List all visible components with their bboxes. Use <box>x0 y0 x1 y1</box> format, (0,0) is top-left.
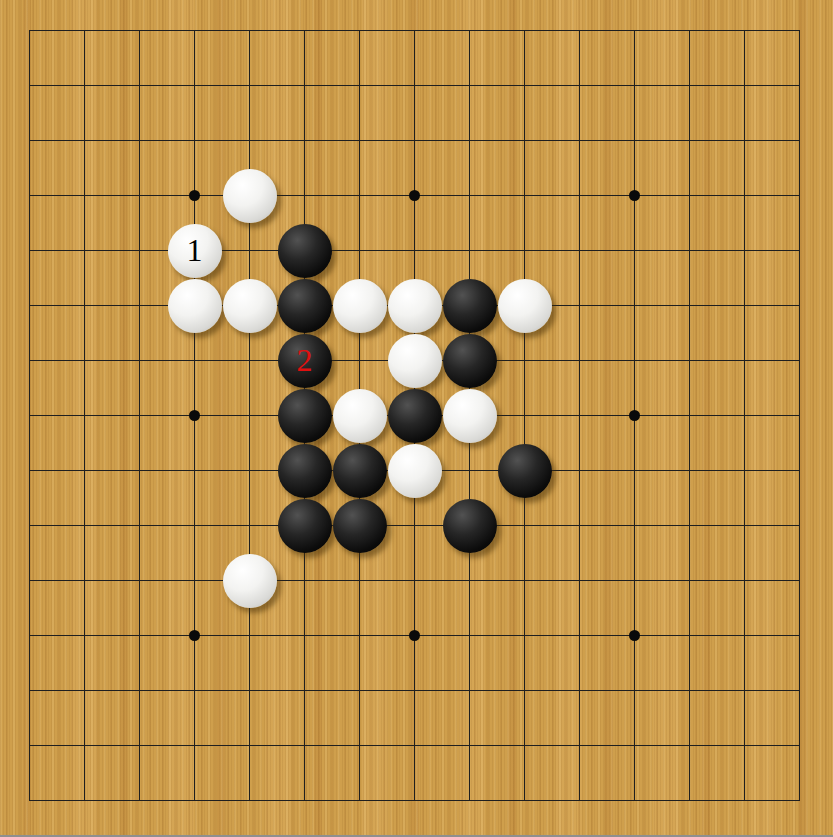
stone-black <box>388 389 442 443</box>
stone-white <box>223 169 277 223</box>
grid-line-vertical <box>799 30 801 802</box>
stone-white <box>388 334 442 388</box>
stone-white <box>443 389 497 443</box>
stone-black <box>443 279 497 333</box>
stone-white <box>333 389 387 443</box>
grid-line-horizontal <box>29 800 801 802</box>
stone-white <box>168 279 222 333</box>
grid-line-horizontal <box>29 525 801 527</box>
star-point <box>629 190 640 201</box>
stone-black <box>278 499 332 553</box>
stone-black <box>443 499 497 553</box>
go-board[interactable]: 12 <box>0 0 833 837</box>
stone-black <box>498 444 552 498</box>
grid-line-vertical <box>579 30 581 802</box>
star-point <box>629 410 640 421</box>
stone-label: 1 <box>187 234 203 266</box>
go-board-screen: 12 <box>0 0 833 837</box>
grid-line-vertical <box>744 30 746 802</box>
stone-white <box>388 444 442 498</box>
star-point <box>189 410 200 421</box>
stone-black <box>333 499 387 553</box>
stone-black <box>278 444 332 498</box>
stone-black <box>278 389 332 443</box>
star-point <box>189 630 200 641</box>
stone-white: 1 <box>168 224 222 278</box>
star-point <box>409 630 420 641</box>
stone-white <box>333 279 387 333</box>
stone-black: 2 <box>278 334 332 388</box>
grid-line-horizontal <box>29 580 801 582</box>
star-point <box>409 190 420 201</box>
stone-black <box>278 279 332 333</box>
stone-white <box>223 279 277 333</box>
stone-white <box>223 554 277 608</box>
star-point <box>629 630 640 641</box>
stone-white <box>388 279 442 333</box>
stone-black <box>443 334 497 388</box>
grid-line-vertical <box>689 30 691 802</box>
stone-black <box>333 444 387 498</box>
stone-label: 2 <box>297 344 313 376</box>
grid-line-vertical <box>524 30 526 802</box>
grid-line-horizontal <box>29 745 801 747</box>
grid-line-horizontal <box>29 690 801 692</box>
stone-white <box>498 279 552 333</box>
stone-black <box>278 224 332 278</box>
star-point <box>189 190 200 201</box>
